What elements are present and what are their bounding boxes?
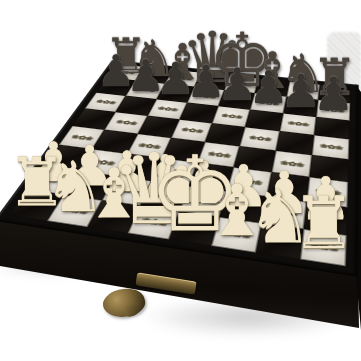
piece-white-rook-h1[interactable]: ♜ [291, 191, 356, 256]
chess-set-photo: ❀✿❀❀✿❀❀✿❀❀✿❀❀✿❀❀✿❀❀✿❀❀✿❀❀✿❀❀✿❀❀✿❀❀✿❀❀✿❀❀… [0, 0, 361, 361]
floral-motif-icon: ❀✿❀ [319, 143, 342, 151]
floral-motif-icon: ❀✿❀ [220, 113, 242, 120]
floral-motif-icon: ❀✿❀ [248, 135, 271, 143]
floral-motif-icon: ❀✿❀ [95, 99, 117, 105]
piece-black-pawn-h7[interactable]: ♟ [313, 74, 354, 116]
floral-motif-icon: ❀✿❀ [115, 119, 138, 126]
floral-motif-icon: ❀✿❀ [287, 120, 309, 127]
floral-motif-icon: ❀✿❀ [157, 106, 179, 113]
